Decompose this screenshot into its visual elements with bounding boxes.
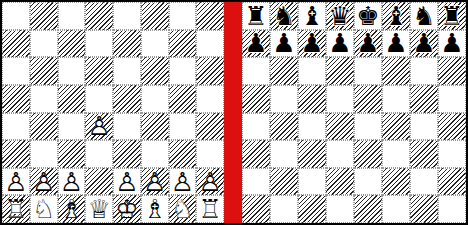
white-pawn[interactable]: ♟♙ — [2, 168, 30, 196]
square-g3[interactable] — [169, 140, 197, 168]
square-d7[interactable]: ♟ — [326, 30, 354, 58]
square-a5[interactable] — [242, 85, 270, 113]
square-h5[interactable] — [438, 85, 466, 113]
black-rook[interactable]: ♜ — [242, 2, 270, 30]
square-b5[interactable] — [30, 85, 58, 113]
square-h1[interactable]: ♜♖ — [196, 195, 224, 223]
black-knight[interactable]: ♞ — [410, 2, 438, 30]
white-pawn[interactable]: ♟♙ — [141, 168, 169, 196]
square-f7[interactable]: ♟ — [382, 30, 410, 58]
white-piece-outline: ♙ — [143, 169, 166, 195]
square-g3[interactable] — [410, 140, 438, 168]
square-g4[interactable] — [410, 113, 438, 141]
square-g6[interactable] — [169, 57, 197, 85]
square-d6[interactable] — [326, 57, 354, 85]
white-pawn[interactable]: ♟♙ — [196, 168, 224, 196]
square-c1[interactable] — [298, 195, 326, 223]
white-piece-outline: ♙ — [32, 169, 55, 195]
black-bishop[interactable]: ♝ — [382, 2, 410, 30]
black-pawn[interactable]: ♟ — [410, 30, 438, 58]
black-piece-body: ♟ — [384, 30, 407, 56]
white-piece-outline: ♔ — [115, 196, 138, 222]
square-c7[interactable]: ♟ — [298, 30, 326, 58]
square-a4[interactable] — [242, 113, 270, 141]
white-rook[interactable]: ♜♖ — [196, 195, 224, 223]
white-piece-outline: ♖ — [198, 196, 221, 222]
square-h3[interactable] — [196, 140, 224, 168]
square-g5[interactable] — [169, 85, 197, 113]
square-h5[interactable] — [196, 85, 224, 113]
square-d3[interactable] — [85, 140, 113, 168]
square-h1[interactable] — [438, 195, 466, 223]
square-c5[interactable] — [298, 85, 326, 113]
square-h8[interactable] — [196, 2, 224, 30]
white-piece-outline: ♗ — [143, 196, 166, 222]
square-g2[interactable]: ♟♙ — [169, 168, 197, 196]
square-f7[interactable] — [141, 30, 169, 58]
black-piece-body: ♟ — [356, 30, 379, 56]
square-b8[interactable] — [30, 2, 58, 30]
square-d6[interactable] — [85, 57, 113, 85]
square-b6[interactable] — [270, 57, 298, 85]
square-a1[interactable] — [242, 195, 270, 223]
square-c8[interactable]: ♝ — [298, 2, 326, 30]
square-h7[interactable]: ♟ — [438, 30, 466, 58]
square-e3[interactable] — [354, 140, 382, 168]
square-g7[interactable] — [169, 30, 197, 58]
square-h2[interactable]: ♟♙ — [196, 168, 224, 196]
black-piece-body: ♝ — [300, 3, 323, 29]
white-king[interactable]: ♚♔ — [113, 195, 141, 223]
white-queen[interactable]: ♛♕ — [85, 195, 113, 223]
white-piece-outline: ♙ — [198, 169, 221, 195]
black-piece-body: ♞ — [412, 3, 435, 29]
black-knight[interactable]: ♞ — [270, 2, 298, 30]
square-e7[interactable]: ♟ — [354, 30, 382, 58]
square-d4[interactable]: ♟♙ — [85, 113, 113, 141]
square-e4[interactable] — [113, 113, 141, 141]
square-c2[interactable] — [298, 168, 326, 196]
square-b2[interactable]: ♟♙ — [30, 168, 58, 196]
black-rook[interactable]: ♜ — [438, 2, 466, 30]
square-f3[interactable] — [141, 140, 169, 168]
square-h7[interactable] — [196, 30, 224, 58]
square-f8[interactable]: ♝ — [382, 2, 410, 30]
black-piece-body: ♜ — [244, 3, 267, 29]
black-bishop[interactable]: ♝ — [298, 2, 326, 30]
square-h6[interactable] — [438, 57, 466, 85]
square-e4[interactable] — [354, 113, 382, 141]
square-b3[interactable] — [30, 140, 58, 168]
square-g1[interactable]: ♞♘ — [169, 195, 197, 223]
square-h4[interactable] — [196, 113, 224, 141]
square-f1[interactable] — [382, 195, 410, 223]
square-e2[interactable]: ♟♙ — [113, 168, 141, 196]
white-pawn[interactable]: ♟♙ — [169, 168, 197, 196]
square-b4[interactable] — [30, 113, 58, 141]
square-a4[interactable] — [2, 113, 30, 141]
two-board-diagram: ♟♙♟♙♟♙♟♙♟♙♟♙♟♙♟♙♜♖♞♘♝♗♛♕♚♔♝♗♞♘♜♖ ♜♞♝♛♚♝♞… — [0, 0, 468, 225]
left-chessboard-white-position: ♟♙♟♙♟♙♟♙♟♙♟♙♟♙♟♙♜♖♞♘♝♗♛♕♚♔♝♗♞♘♜♖ — [2, 2, 224, 223]
square-e5[interactable] — [113, 85, 141, 113]
white-rook[interactable]: ♜♖ — [2, 195, 30, 223]
square-h3[interactable] — [438, 140, 466, 168]
square-e6[interactable] — [354, 57, 382, 85]
square-f6[interactable] — [382, 57, 410, 85]
square-c6[interactable] — [298, 57, 326, 85]
square-b8[interactable]: ♞ — [270, 2, 298, 30]
square-g1[interactable] — [410, 195, 438, 223]
black-piece-body: ♚ — [356, 3, 379, 29]
right-chessboard-black-position: ♜♞♝♛♚♝♞♜♟♟♟♟♟♟♟♟ — [242, 2, 466, 223]
square-d7[interactable] — [85, 30, 113, 58]
white-bishop[interactable]: ♝♗ — [58, 195, 86, 223]
square-e8[interactable] — [113, 2, 141, 30]
square-f1[interactable]: ♝♗ — [141, 195, 169, 223]
square-a7[interactable] — [2, 30, 30, 58]
black-pawn[interactable]: ♟ — [354, 30, 382, 58]
black-pawn[interactable]: ♟ — [298, 30, 326, 58]
square-h8[interactable]: ♜ — [438, 2, 466, 30]
square-c7[interactable] — [58, 30, 86, 58]
square-a2[interactable]: ♟♙ — [2, 168, 30, 196]
square-h4[interactable] — [438, 113, 466, 141]
square-g2[interactable] — [410, 168, 438, 196]
square-d5[interactable] — [85, 85, 113, 113]
square-g7[interactable]: ♟ — [410, 30, 438, 58]
square-c4[interactable] — [298, 113, 326, 141]
square-c3[interactable] — [298, 140, 326, 168]
black-pawn[interactable]: ♟ — [326, 30, 354, 58]
white-piece-outline: ♙ — [60, 169, 83, 195]
square-b6[interactable] — [30, 57, 58, 85]
black-piece-body: ♟ — [300, 30, 323, 56]
square-e1[interactable]: ♚♔ — [113, 195, 141, 223]
square-d1[interactable]: ♛♕ — [85, 195, 113, 223]
red-divider-bar — [224, 2, 242, 223]
square-c6[interactable] — [58, 57, 86, 85]
square-d5[interactable] — [326, 85, 354, 113]
square-g5[interactable] — [410, 85, 438, 113]
square-b2[interactable] — [270, 168, 298, 196]
square-c4[interactable] — [58, 113, 86, 141]
black-piece-body: ♟ — [272, 30, 295, 56]
black-piece-body: ♟ — [412, 30, 435, 56]
square-f4[interactable] — [141, 113, 169, 141]
square-a8[interactable]: ♜ — [242, 2, 270, 30]
white-piece-outline: ♗ — [60, 196, 83, 222]
square-f6[interactable] — [141, 57, 169, 85]
square-b1[interactable] — [270, 195, 298, 223]
square-d3[interactable] — [326, 140, 354, 168]
square-a7[interactable]: ♟ — [242, 30, 270, 58]
square-g8[interactable]: ♞ — [410, 2, 438, 30]
white-piece-outline: ♙ — [87, 113, 110, 139]
square-b7[interactable]: ♟ — [270, 30, 298, 58]
white-piece-outline: ♘ — [171, 196, 194, 222]
square-a2[interactable] — [242, 168, 270, 196]
white-piece-outline: ♙ — [171, 169, 194, 195]
white-pawn[interactable]: ♟♙ — [113, 168, 141, 196]
square-d8[interactable] — [85, 2, 113, 30]
square-g4[interactable] — [169, 113, 197, 141]
black-piece-body: ♜ — [440, 3, 463, 29]
square-a6[interactable] — [2, 57, 30, 85]
square-f4[interactable] — [382, 113, 410, 141]
square-c3[interactable] — [58, 140, 86, 168]
square-a5[interactable] — [2, 85, 30, 113]
white-bishop[interactable]: ♝♗ — [141, 195, 169, 223]
black-piece-body: ♛ — [328, 3, 351, 29]
square-a8[interactable] — [2, 2, 30, 30]
square-c1[interactable]: ♝♗ — [58, 195, 86, 223]
black-piece-body: ♟ — [440, 30, 463, 56]
square-e7[interactable] — [113, 30, 141, 58]
square-e2[interactable] — [354, 168, 382, 196]
white-pawn[interactable]: ♟♙ — [85, 113, 113, 141]
square-b1[interactable]: ♞♘ — [30, 195, 58, 223]
black-piece-body: ♞ — [272, 3, 295, 29]
square-f2[interactable]: ♟♙ — [141, 168, 169, 196]
square-e5[interactable] — [354, 85, 382, 113]
white-piece-outline: ♘ — [32, 196, 55, 222]
square-c2[interactable]: ♟♙ — [58, 168, 86, 196]
black-pawn[interactable]: ♟ — [382, 30, 410, 58]
square-f8[interactable] — [141, 2, 169, 30]
white-pawn[interactable]: ♟♙ — [58, 168, 86, 196]
white-piece-outline: ♙ — [115, 169, 138, 195]
black-piece-body: ♟ — [244, 30, 267, 56]
white-piece-outline: ♖ — [4, 196, 27, 222]
square-c8[interactable] — [58, 2, 86, 30]
square-g6[interactable] — [410, 57, 438, 85]
white-knight[interactable]: ♞♘ — [30, 195, 58, 223]
square-d2[interactable] — [85, 168, 113, 196]
square-d1[interactable] — [326, 195, 354, 223]
black-piece-body: ♟ — [328, 30, 351, 56]
square-b4[interactable] — [270, 113, 298, 141]
square-a3[interactable] — [242, 140, 270, 168]
square-a6[interactable] — [242, 57, 270, 85]
black-pawn[interactable]: ♟ — [242, 30, 270, 58]
square-e3[interactable] — [113, 140, 141, 168]
square-h2[interactable] — [438, 168, 466, 196]
square-f3[interactable] — [382, 140, 410, 168]
black-queen[interactable]: ♛ — [326, 2, 354, 30]
square-h6[interactable] — [196, 57, 224, 85]
square-g8[interactable] — [169, 2, 197, 30]
square-f2[interactable] — [382, 168, 410, 196]
white-piece-outline: ♕ — [87, 196, 110, 222]
white-knight[interactable]: ♞♘ — [169, 195, 197, 223]
square-a3[interactable] — [2, 140, 30, 168]
square-b3[interactable] — [270, 140, 298, 168]
black-piece-body: ♝ — [384, 3, 407, 29]
square-b5[interactable] — [270, 85, 298, 113]
white-piece-outline: ♙ — [4, 169, 27, 195]
square-b7[interactable] — [30, 30, 58, 58]
square-e6[interactable] — [113, 57, 141, 85]
square-c5[interactable] — [58, 85, 86, 113]
square-d2[interactable] — [326, 168, 354, 196]
square-f5[interactable] — [141, 85, 169, 113]
black-pawn[interactable]: ♟ — [438, 30, 466, 58]
square-d8[interactable]: ♛ — [326, 2, 354, 30]
square-e1[interactable] — [354, 195, 382, 223]
black-pawn[interactable]: ♟ — [270, 30, 298, 58]
square-e8[interactable]: ♚ — [354, 2, 382, 30]
square-d4[interactable] — [326, 113, 354, 141]
square-f5[interactable] — [382, 85, 410, 113]
white-pawn[interactable]: ♟♙ — [30, 168, 58, 196]
square-a1[interactable]: ♜♖ — [2, 195, 30, 223]
black-king[interactable]: ♚ — [354, 2, 382, 30]
